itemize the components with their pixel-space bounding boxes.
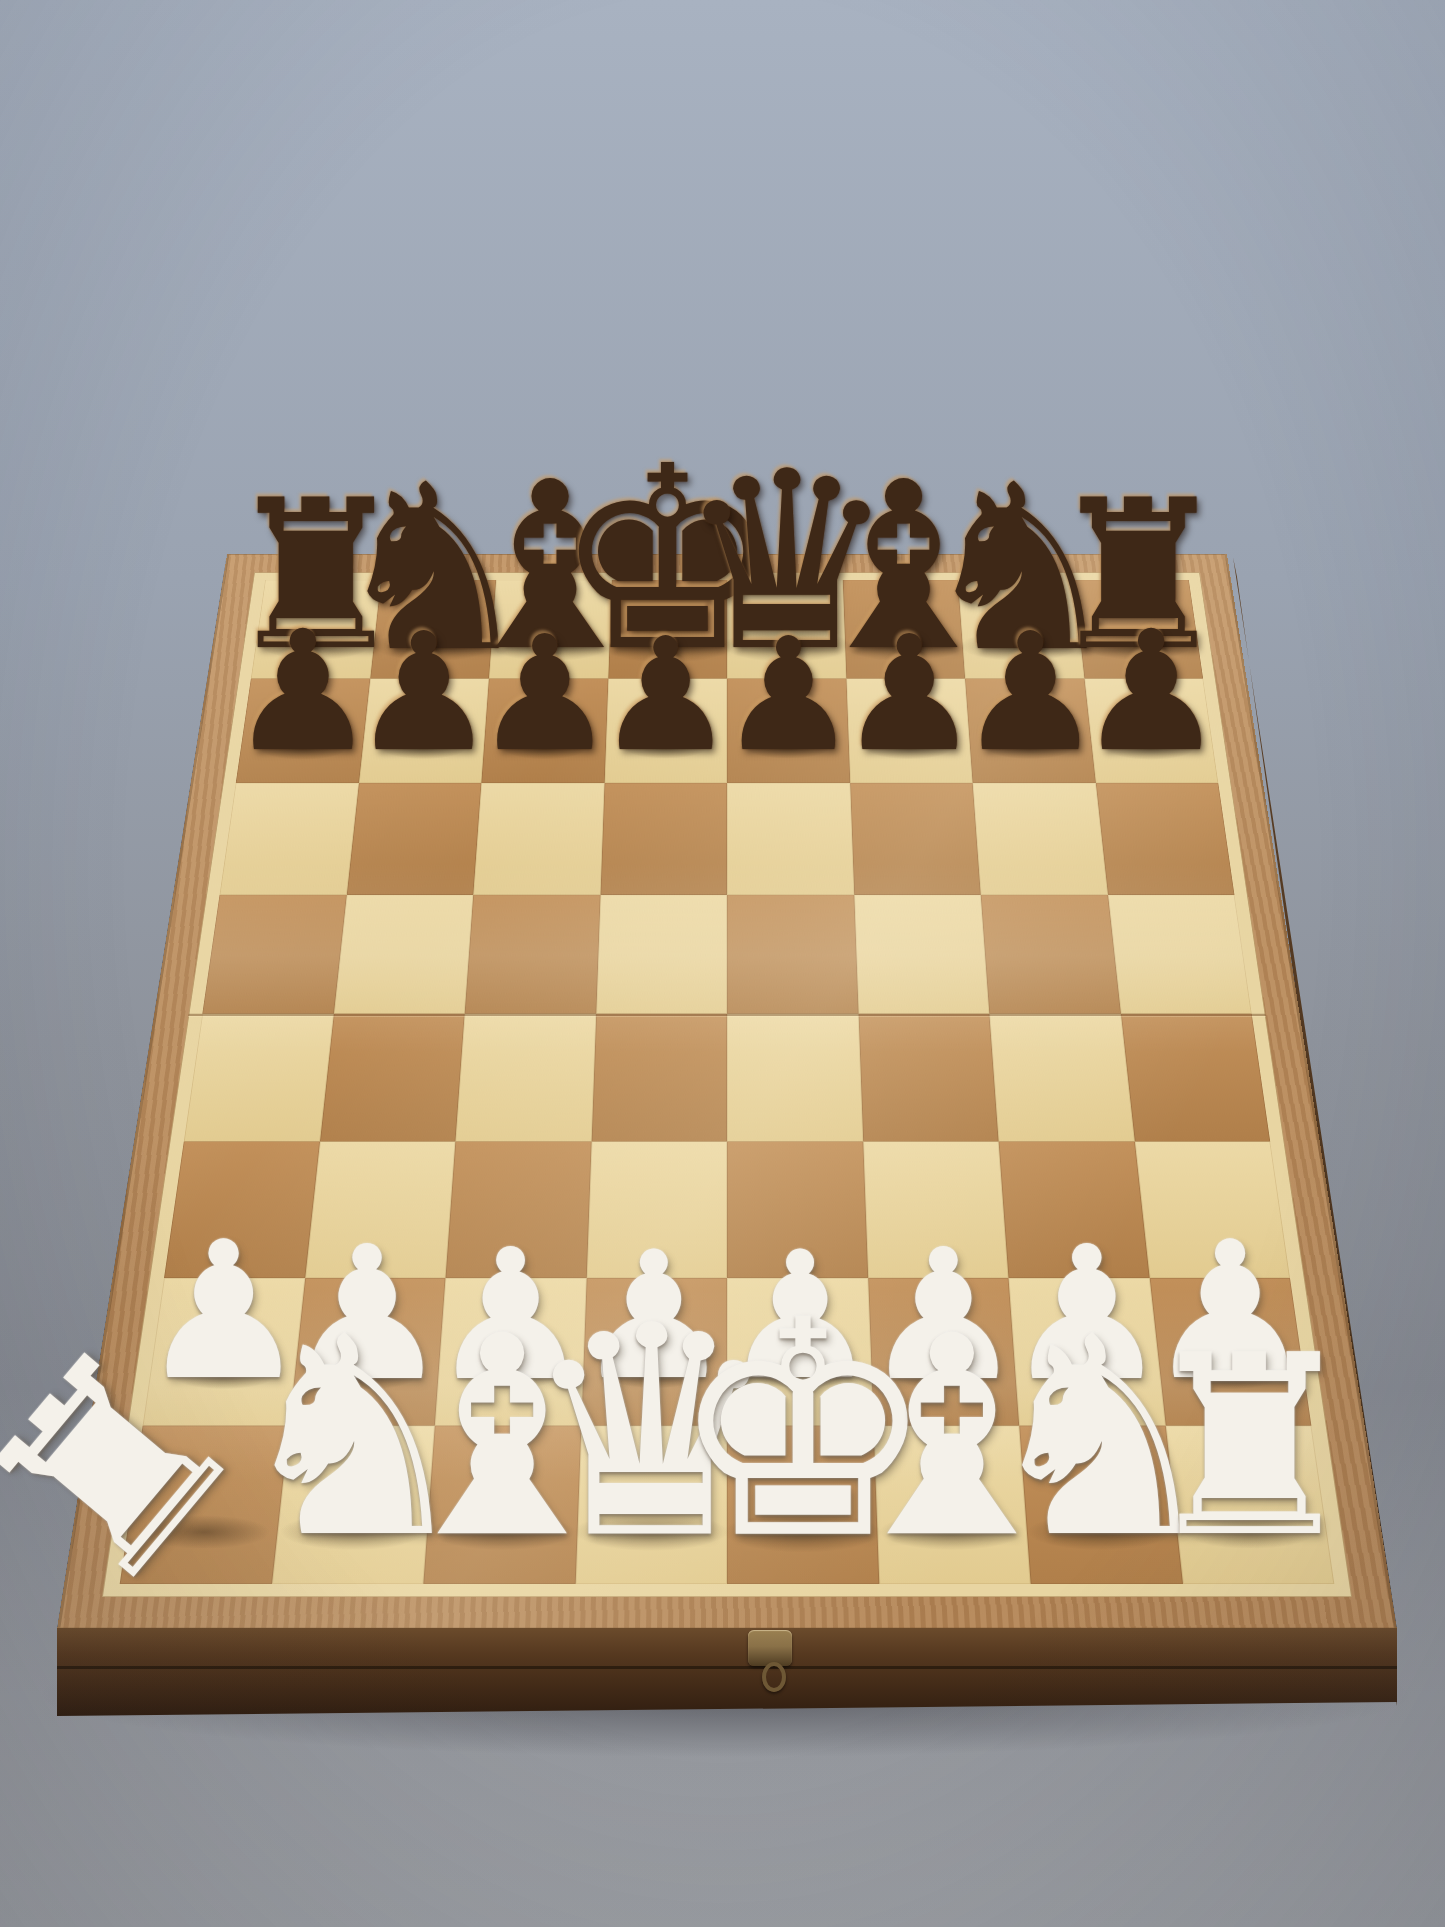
white-rook-h1[interactable]: ♜	[1138, 1322, 1361, 1571]
black-pawn-h7[interactable]: ♟	[1077, 609, 1226, 775]
black-pawn-d7[interactable]: ♟	[596, 617, 736, 773]
black-pawn-c7[interactable]: ♟	[473, 615, 616, 774]
photo-scene: ♜♞♝♚♛♝♞♜♟♟♟♟♟♟♟♟♟♟♟♟♟♟♟♟♜♞♝♛♚♝♞♜	[0, 0, 1445, 1927]
pieces-layer: ♜♞♝♚♛♝♞♜♟♟♟♟♟♟♟♟♟♟♟♟♟♟♟♟♜♞♝♛♚♝♞♜	[0, 0, 1445, 1927]
